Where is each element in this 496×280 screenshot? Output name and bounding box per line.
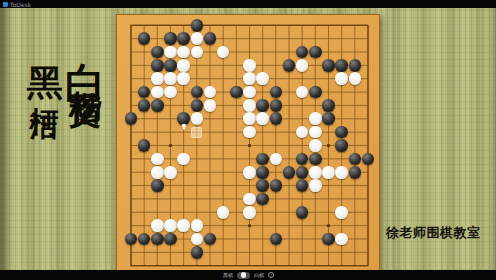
- stone-black: [138, 99, 151, 112]
- stone-white: [243, 86, 256, 99]
- stone-white: [243, 112, 256, 125]
- stone-white: [217, 206, 230, 219]
- stone-black: [191, 86, 204, 99]
- stone-black: [335, 126, 348, 139]
- stone-black: [296, 179, 309, 192]
- stone-black: [177, 32, 190, 45]
- stone-black-last-move: [177, 112, 190, 125]
- stone-black: [204, 233, 217, 246]
- black-player-name: 柯洁: [28, 83, 62, 91]
- white-player-column: 白 杨楷文: [64, 30, 106, 71]
- stone-black: [191, 19, 204, 32]
- stone-white: [335, 166, 348, 179]
- window-title: ToDesk: [10, 1, 31, 8]
- stone-white: [151, 219, 164, 232]
- stone-black: [270, 99, 283, 112]
- bottom-bar-controls: 黑棋 白棋 ?: [222, 270, 274, 280]
- stone-white: [309, 179, 322, 192]
- stone-black: [151, 46, 164, 59]
- stone-white: [243, 99, 256, 112]
- stone-black: [204, 32, 217, 45]
- stone-white: [177, 219, 190, 232]
- stone-white: [177, 59, 190, 72]
- stone-white: [335, 206, 348, 219]
- stone-black: [138, 139, 151, 152]
- color-toggle[interactable]: [237, 272, 250, 279]
- stone-white: [151, 86, 164, 99]
- stone-black: [322, 112, 335, 125]
- stone-black: [309, 46, 322, 59]
- stone-black: [296, 46, 309, 59]
- stone-white: [256, 112, 269, 125]
- player-bottom-bar: 黑棋 白棋 ?: [0, 270, 496, 280]
- stone-white: [164, 86, 177, 99]
- stone-white: [204, 86, 217, 99]
- stone-white: [335, 72, 348, 85]
- stone-white: [296, 86, 309, 99]
- stone-white: [309, 139, 322, 152]
- stone-white: [164, 46, 177, 59]
- stones-layer: [117, 15, 379, 273]
- stone-black: [349, 166, 362, 179]
- stone-black: [151, 233, 164, 246]
- toggle-right-label: 白棋: [254, 271, 264, 280]
- stone-white: [322, 166, 335, 179]
- stone-black: [138, 32, 151, 45]
- stone-black: [138, 86, 151, 99]
- stone-black: [335, 59, 348, 72]
- stone-black: [270, 86, 283, 99]
- right-edge-shadow: [488, 8, 496, 270]
- stone-white: [191, 219, 204, 232]
- stone-black: [256, 153, 269, 166]
- stone-white: [177, 153, 190, 166]
- stone-black: [151, 59, 164, 72]
- stone-black: [256, 99, 269, 112]
- stone-black: [283, 59, 296, 72]
- stone-black: [349, 59, 362, 72]
- stone-black: [296, 153, 309, 166]
- stone-white: [256, 72, 269, 85]
- stone-white: [243, 72, 256, 85]
- stone-black: [322, 99, 335, 112]
- stone-white: [349, 72, 362, 85]
- stone-black: [270, 179, 283, 192]
- stone-black: [138, 233, 151, 246]
- stone-white: [296, 126, 309, 139]
- stone-white: [243, 126, 256, 139]
- stone-black: [164, 233, 177, 246]
- stone-white: [309, 126, 322, 139]
- go-board[interactable]: [116, 14, 380, 274]
- stone-black: [151, 179, 164, 192]
- channel-caption: 徐老师围棋教室: [386, 224, 481, 242]
- stone-black: [191, 246, 204, 259]
- stone-black: [256, 193, 269, 206]
- window-titlebar: ToDesk: [0, 0, 496, 8]
- stone-black: [256, 179, 269, 192]
- stone-white: [243, 59, 256, 72]
- stone-black: [335, 139, 348, 152]
- stone-white: [270, 153, 283, 166]
- stone-black: [309, 86, 322, 99]
- app-icon: [3, 2, 8, 7]
- stone-black: [230, 86, 243, 99]
- left-edge-shadow: [0, 8, 12, 270]
- stone-white: [191, 32, 204, 45]
- stone-white: [177, 46, 190, 59]
- stone-white: [243, 206, 256, 219]
- stone-white: [309, 166, 322, 179]
- stone-white: [151, 166, 164, 179]
- stone-black: [125, 233, 138, 246]
- stone-black: [151, 99, 164, 112]
- stone-black: [322, 233, 335, 246]
- stone-black: [191, 99, 204, 112]
- stone-white: [309, 112, 322, 125]
- stone-black: [296, 166, 309, 179]
- white-player-name: 杨楷文: [67, 65, 105, 71]
- stone-white: [151, 72, 164, 85]
- last-move-marker-icon: [181, 115, 187, 122]
- stone-white: [164, 166, 177, 179]
- stone-white: [296, 59, 309, 72]
- video-frame: 黑 柯洁 白 杨楷文 徐老师围棋教室: [0, 8, 496, 270]
- stone-white: [204, 99, 217, 112]
- stone-black: [322, 59, 335, 72]
- stone-white: [164, 219, 177, 232]
- stone-black: [125, 112, 138, 125]
- stone-white: [243, 166, 256, 179]
- stone-white: [151, 153, 164, 166]
- stone-black: [362, 153, 375, 166]
- stone-black: [164, 59, 177, 72]
- ghost-stone: [191, 127, 202, 138]
- stone-white: [191, 233, 204, 246]
- video-player-window: ToDesk 黑 柯洁 白 杨楷文 徐老师围棋教室 黑棋 白棋 ?: [0, 0, 496, 280]
- stone-white: [191, 112, 204, 125]
- stone-black: [270, 112, 283, 125]
- stone-white: [217, 46, 230, 59]
- toggle-left-label: 黑棋: [223, 271, 233, 280]
- toggle-knob-icon: [241, 272, 246, 277]
- stone-black: [283, 166, 296, 179]
- stone-black: [270, 233, 283, 246]
- stone-black: [256, 166, 269, 179]
- stone-white: [177, 72, 190, 85]
- stone-black: [164, 32, 177, 45]
- help-badge[interactable]: ?: [268, 272, 274, 278]
- stone-white: [335, 233, 348, 246]
- stone-white: [191, 46, 204, 59]
- stone-black: [349, 153, 362, 166]
- stone-white: [243, 193, 256, 206]
- black-player-column: 黑 柯洁: [26, 38, 63, 91]
- stone-black: [296, 206, 309, 219]
- stone-black: [309, 153, 322, 166]
- stone-white: [164, 72, 177, 85]
